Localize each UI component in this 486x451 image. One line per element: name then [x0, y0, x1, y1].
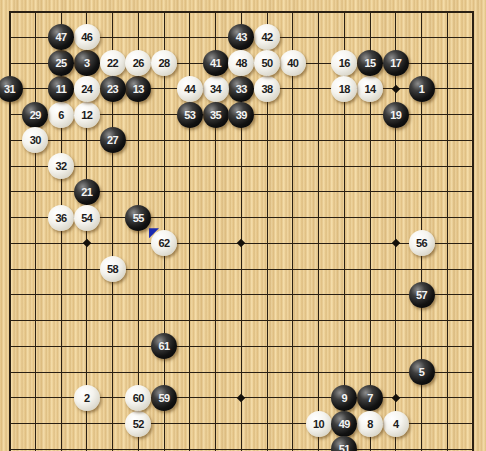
- stone-number: 12: [81, 109, 92, 121]
- stone-30: 30: [22, 127, 48, 153]
- stone-number: 33: [236, 83, 247, 95]
- stone-27: 27: [100, 127, 126, 153]
- stone-number: 15: [364, 57, 375, 69]
- stone-number: 43: [236, 31, 247, 43]
- stone-16: 16: [331, 50, 357, 76]
- stone-number: 1: [419, 83, 425, 95]
- star-point: [392, 239, 400, 247]
- stone-40: 40: [280, 50, 306, 76]
- stone-number: 6: [58, 109, 64, 121]
- stone-number: 4: [393, 418, 399, 430]
- stone-29: 29: [22, 102, 48, 128]
- stone-number: 60: [133, 392, 144, 404]
- go-board-diagram: 1234567891011121314151617181921222324252…: [0, 0, 486, 451]
- stone-47: 47: [48, 24, 74, 50]
- stone-2: 2: [74, 385, 100, 411]
- stone-48: 48: [228, 50, 254, 76]
- stone-21: 21: [74, 179, 100, 205]
- stone-52: 52: [125, 411, 151, 437]
- star-point: [237, 394, 245, 402]
- stone-35: 35: [203, 102, 229, 128]
- stone-number: 16: [339, 57, 350, 69]
- stone-number: 55: [133, 212, 144, 224]
- stone-number: 19: [390, 109, 401, 121]
- stone-61: 61: [151, 333, 177, 359]
- grid-line: [318, 11, 319, 451]
- stone-17: 17: [383, 50, 409, 76]
- grid-line: [9, 320, 475, 321]
- stone-3: 3: [74, 50, 100, 76]
- stone-number: 3: [84, 57, 90, 69]
- stone-number: 44: [184, 83, 195, 95]
- grid-line: [9, 269, 475, 270]
- stone-19: 19: [383, 102, 409, 128]
- stone-55: 55: [125, 205, 151, 231]
- stone-number: 7: [367, 392, 373, 404]
- stone-number: 40: [287, 57, 298, 69]
- grid-line: [292, 11, 293, 451]
- stone-51: 51: [331, 436, 357, 451]
- stone-57: 57: [409, 282, 435, 308]
- stone-43: 43: [228, 24, 254, 50]
- stone-number: 49: [339, 418, 350, 430]
- grid-line: [472, 11, 474, 451]
- grid-line: [35, 11, 36, 451]
- stone-number: 14: [364, 83, 375, 95]
- grid-line: [395, 11, 396, 451]
- stone-number: 39: [236, 109, 247, 121]
- stone-38: 38: [254, 76, 280, 102]
- stone-number: 46: [81, 31, 92, 43]
- star-point: [237, 239, 245, 247]
- stone-18: 18: [331, 76, 357, 102]
- stone-number: 47: [55, 31, 66, 43]
- stone-58: 58: [100, 256, 126, 282]
- stone-number: 54: [81, 212, 92, 224]
- grid-line: [447, 11, 448, 451]
- stone-7: 7: [357, 385, 383, 411]
- stone-number: 58: [107, 263, 118, 275]
- stone-50: 50: [254, 50, 280, 76]
- stone-10: 10: [306, 411, 332, 437]
- stone-number: 41: [210, 57, 221, 69]
- stone-22: 22: [100, 50, 126, 76]
- stone-25: 25: [48, 50, 74, 76]
- stone-39: 39: [228, 102, 254, 128]
- stone-number: 17: [390, 57, 401, 69]
- stone-32: 32: [48, 153, 74, 179]
- stone-number: 57: [416, 289, 427, 301]
- stone-number: 22: [107, 57, 118, 69]
- stone-number: 56: [416, 237, 427, 249]
- stone-23: 23: [100, 76, 126, 102]
- stone-number: 9: [341, 392, 347, 404]
- stone-26: 26: [125, 50, 151, 76]
- stone-42: 42: [254, 24, 280, 50]
- stone-number: 27: [107, 134, 118, 146]
- stone-49: 49: [331, 411, 357, 437]
- stone-number: 61: [158, 340, 169, 352]
- stone-5: 5: [409, 359, 435, 385]
- stone-number: 62: [158, 237, 169, 249]
- stone-number: 53: [184, 109, 195, 121]
- stone-34: 34: [203, 76, 229, 102]
- stone-number: 48: [236, 57, 247, 69]
- stone-number: 10: [313, 418, 324, 430]
- stone-24: 24: [74, 76, 100, 102]
- stone-1: 1: [409, 76, 435, 102]
- stone-56: 56: [409, 230, 435, 256]
- stone-13: 13: [125, 76, 151, 102]
- stone-number: 51: [339, 443, 350, 451]
- stone-12: 12: [74, 102, 100, 128]
- stone-4: 4: [383, 411, 409, 437]
- stone-number: 38: [261, 83, 272, 95]
- star-point: [83, 239, 91, 247]
- stone-54: 54: [74, 205, 100, 231]
- stone-number: 26: [133, 57, 144, 69]
- stone-number: 28: [158, 57, 169, 69]
- stone-number: 18: [339, 83, 350, 95]
- stone-46: 46: [74, 24, 100, 50]
- stone-number: 35: [210, 109, 221, 121]
- star-point: [392, 394, 400, 402]
- stone-11: 11: [48, 76, 74, 102]
- stone-number: 24: [81, 83, 92, 95]
- stone-31: 31: [0, 76, 23, 102]
- stone-number: 25: [55, 57, 66, 69]
- stone-number: 42: [261, 31, 272, 43]
- stone-33: 33: [228, 76, 254, 102]
- stone-number: 2: [84, 392, 90, 404]
- stone-62: 62: [151, 230, 177, 256]
- stone-number: 36: [55, 212, 66, 224]
- grid-line: [9, 346, 475, 347]
- stone-number: 8: [367, 418, 373, 430]
- stone-60: 60: [125, 385, 151, 411]
- stone-44: 44: [177, 76, 203, 102]
- stone-36: 36: [48, 205, 74, 231]
- stone-number: 59: [158, 392, 169, 404]
- stone-53: 53: [177, 102, 203, 128]
- stone-28: 28: [151, 50, 177, 76]
- grid-line: [9, 449, 475, 450]
- stone-15: 15: [357, 50, 383, 76]
- stone-9: 9: [331, 385, 357, 411]
- stone-41: 41: [203, 50, 229, 76]
- stone-number: 32: [55, 160, 66, 172]
- stone-number: 13: [133, 83, 144, 95]
- grid-line: [9, 372, 475, 373]
- stone-number: 29: [30, 109, 41, 121]
- stone-number: 34: [210, 83, 221, 95]
- stone-8: 8: [357, 411, 383, 437]
- stone-14: 14: [357, 76, 383, 102]
- stone-number: 52: [133, 418, 144, 430]
- stone-number: 30: [30, 134, 41, 146]
- stone-59: 59: [151, 385, 177, 411]
- star-point: [392, 85, 400, 93]
- stone-number: 31: [4, 83, 15, 95]
- stone-number: 21: [81, 186, 92, 198]
- stone-number: 11: [56, 83, 67, 95]
- stone-number: 23: [107, 83, 118, 95]
- stone-number: 5: [419, 366, 425, 378]
- stone-6: 6: [48, 102, 74, 128]
- stone-number: 50: [261, 57, 272, 69]
- grid-line: [9, 294, 475, 295]
